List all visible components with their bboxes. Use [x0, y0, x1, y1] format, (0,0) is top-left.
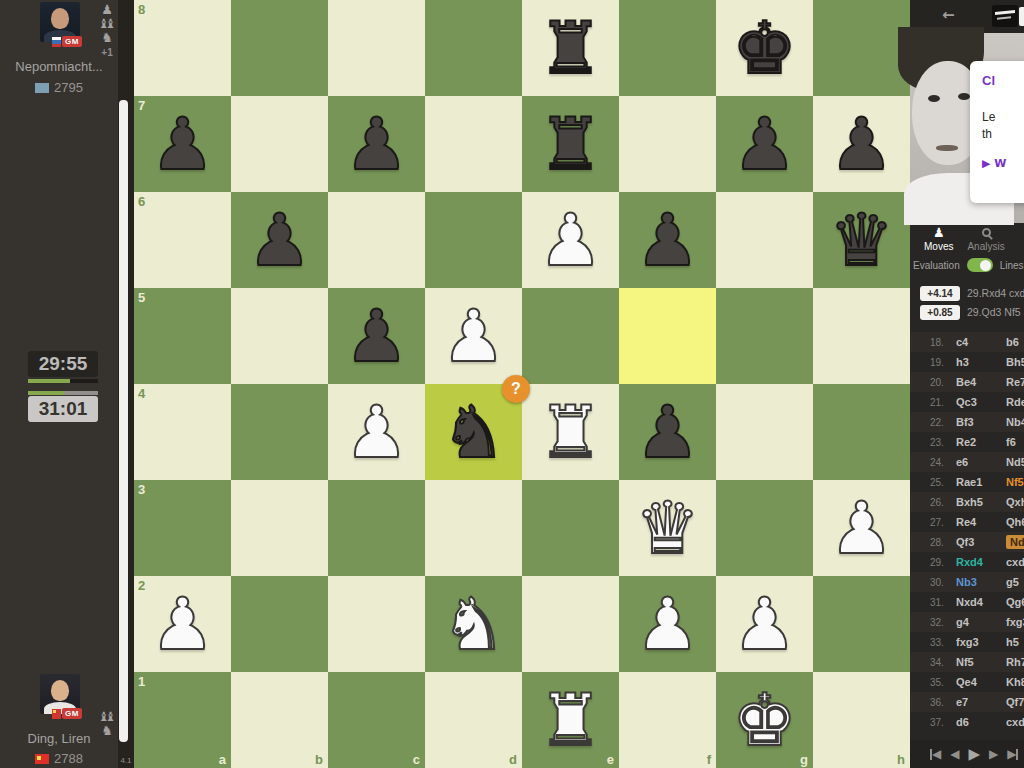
evaluation-bar-value: 4.1 — [118, 756, 134, 765]
black-move[interactable]: cxd4 — [1006, 556, 1024, 568]
bottom-clock-progress — [28, 391, 98, 395]
top-player-rating-row: 2795 — [0, 80, 118, 95]
white-rook-e4[interactable]: ♜ — [522, 384, 619, 480]
white-move[interactable]: Re2 — [956, 436, 1006, 448]
thumbnail-eye — [958, 93, 970, 100]
black-move[interactable]: f6 — [1006, 436, 1016, 448]
square-h7[interactable]: ♟ — [813, 96, 910, 192]
black-pawn-a7[interactable]: ♟ — [134, 96, 231, 192]
engine-score-badge: +0.85 — [920, 305, 960, 320]
mini-flag-icon — [52, 37, 61, 47]
lines-label: Lines — [1000, 260, 1024, 271]
move-number: 34. — [930, 657, 956, 668]
square-h2[interactable] — [813, 576, 910, 672]
black-move[interactable]: Bh5 — [1006, 356, 1024, 368]
video-thumbnail[interactable]: Cl Le th ▶ W — [910, 33, 1024, 223]
square-g1[interactable]: g♚ — [716, 672, 813, 768]
white-move[interactable]: Qc3 — [956, 396, 1006, 408]
black-move[interactable]: g5 — [1006, 576, 1019, 588]
black-move[interactable]: Qh6 — [1006, 516, 1024, 528]
move-number: 28. — [930, 537, 956, 548]
top-player-clock: 29:55 — [28, 351, 98, 377]
move-row-22: 22.Bf3Nb4 — [910, 412, 1024, 432]
play-button[interactable]: ▶ — [968, 745, 980, 763]
move-row-32: 32.g4fxg3 — [910, 612, 1024, 632]
square-d6[interactable] — [425, 192, 522, 288]
gm-badge: GM — [62, 708, 82, 719]
rank-label-3: 3 — [138, 482, 145, 497]
back-arrow-icon[interactable]: ← — [942, 6, 955, 24]
square-c7[interactable]: ♟ — [328, 96, 425, 192]
top-player-rating: 2795 — [54, 80, 83, 95]
tab-moves-label: Moves — [924, 241, 953, 252]
move-number: 21. — [930, 397, 956, 408]
square-c1[interactable]: c — [328, 672, 425, 768]
move-nav-bar: ◀ ◀ ▶ ▶ ▶ — [910, 740, 1024, 768]
square-a2[interactable]: 2♟ — [134, 576, 231, 672]
square-d1[interactable]: d — [425, 672, 522, 768]
square-f8[interactable] — [619, 0, 716, 96]
square-d8[interactable] — [425, 0, 522, 96]
pawn-icon: ♟ — [933, 226, 945, 240]
captured-pieces-bottom: ♝♝♞ — [96, 710, 118, 737]
square-f4[interactable]: ♟ — [619, 384, 716, 480]
square-h1[interactable]: h — [813, 672, 910, 768]
captured-knight-icon: ♞ — [101, 724, 113, 737]
rank-label-8: 8 — [138, 2, 145, 17]
move-row-27: 27.Re4Qh6 — [910, 512, 1024, 532]
white-rook-e1[interactable]: ♜ — [522, 672, 619, 768]
white-move[interactable]: Nb3 — [956, 576, 1006, 588]
move-number: 36. — [930, 697, 956, 708]
white-move[interactable]: d6 — [956, 716, 1006, 728]
mistake-badge-icon: ? — [502, 375, 530, 403]
move-row-26: 26.Bxh5Qxh5 — [910, 492, 1024, 512]
square-e8[interactable]: ♜ — [522, 0, 619, 96]
move-number: 37. — [930, 717, 956, 728]
bottom-player-rating: 2788 — [54, 751, 83, 766]
square-b2[interactable] — [231, 576, 328, 672]
white-pawn-d5[interactable]: ♟ — [425, 288, 522, 384]
mini-flag-icon — [52, 709, 61, 719]
white-move[interactable]: e6 — [956, 456, 1006, 468]
black-rook-e7[interactable]: ♜ — [522, 96, 619, 192]
material-advantage: +1 — [101, 45, 112, 58]
white-knight-d2[interactable]: ♞ — [425, 576, 522, 672]
white-move[interactable]: Re4 — [956, 516, 1006, 528]
captured-pawn-icon: ♟ — [101, 3, 113, 16]
black-move[interactable]: Nf5 — [1006, 476, 1024, 488]
square-f2[interactable]: ♟ — [619, 576, 716, 672]
white-move[interactable]: Bf3 — [956, 416, 1006, 428]
move-row-30: 30.Nb3g5 — [910, 572, 1024, 592]
evaluation-bar: 4.1 — [118, 0, 134, 768]
white-pawn-c4[interactable]: ♟ — [328, 384, 425, 480]
move-row-34: 34.Nf5Rh7 — [910, 652, 1024, 672]
title-badge-top: GM — [52, 36, 82, 47]
white-king-g1[interactable]: ♚ — [716, 672, 813, 768]
square-c3[interactable] — [328, 480, 425, 576]
square-h5[interactable] — [813, 288, 910, 384]
move-row-23: 23.Re2f6 — [910, 432, 1024, 452]
move-row-28: 28.Qf3Nd4 — [910, 532, 1024, 552]
bottom-player-clock: 31:01 — [28, 396, 98, 422]
square-d3[interactable] — [425, 480, 522, 576]
file-label-f: f — [707, 752, 711, 767]
square-f7[interactable] — [619, 96, 716, 192]
square-a4[interactable]: 4 — [134, 384, 231, 480]
engine-lines: +4.1429.Rxd4 cxd4 3+0.8529.Qd3 Nf5 30. — [920, 284, 1024, 322]
square-h4[interactable] — [813, 384, 910, 480]
move-row-24: 24.e6Nd5 — [910, 452, 1024, 472]
square-a8[interactable]: 8 — [134, 0, 231, 96]
square-e1[interactable]: e♜ — [522, 672, 619, 768]
next-move-button[interactable]: ▶ — [989, 747, 998, 761]
square-b5[interactable] — [231, 288, 328, 384]
black-move[interactable]: Nd4 — [1006, 535, 1024, 549]
square-b4[interactable] — [231, 384, 328, 480]
square-b6[interactable]: ♟ — [231, 192, 328, 288]
black-pawn-c5[interactable]: ♟ — [328, 288, 425, 384]
move-number: 32. — [930, 617, 956, 628]
panel-tabs: ♟ Moves Analysis — [924, 226, 1024, 256]
white-move[interactable]: Bxh5 — [956, 496, 1006, 508]
evaluation-controls: Evaluation Lines — [913, 258, 1024, 272]
white-move[interactable]: Nf5 — [956, 656, 1006, 668]
move-row-29: 29.Rxd4cxd4 — [910, 552, 1024, 572]
square-e4[interactable]: ♜ — [522, 384, 619, 480]
square-e7[interactable]: ♜ — [522, 96, 619, 192]
square-f1[interactable]: f — [619, 672, 716, 768]
move-number: 25. — [930, 477, 956, 488]
white-move[interactable]: Be4 — [956, 376, 1006, 388]
square-c6[interactable] — [328, 192, 425, 288]
black-move[interactable]: Nb4 — [1006, 416, 1024, 428]
engine-line-moves: 29.Rxd4 cxd4 3 — [967, 287, 1024, 299]
black-move[interactable]: Rh7 — [1006, 656, 1024, 668]
top-player-name[interactable]: Nepomniacht... — [0, 59, 118, 74]
move-number: 26. — [930, 497, 956, 508]
captured-bishop-pair-icon: ♝♝ — [98, 710, 116, 723]
china-flag-icon — [35, 754, 49, 764]
black-move[interactable]: h5 — [1006, 636, 1019, 648]
thumbnail-mouth — [936, 145, 958, 151]
evaluation-toggle[interactable] — [967, 258, 993, 272]
white-move[interactable]: fxg3 — [956, 636, 1006, 648]
square-f5[interactable] — [619, 288, 716, 384]
thumbnail-eye — [928, 95, 940, 102]
move-row-33: 33.fxg3h5 — [910, 632, 1024, 652]
title-badge-bottom: GM — [52, 708, 82, 719]
rank-label-4: 4 — [138, 386, 145, 401]
square-g7[interactable]: ♟ — [716, 96, 813, 192]
square-b1[interactable]: b — [231, 672, 328, 768]
tab-analysis-label: Analysis — [967, 241, 1004, 252]
black-pawn-h7[interactable]: ♟ — [813, 96, 910, 192]
previous-move-button[interactable]: ◀ — [950, 747, 959, 761]
white-move[interactable]: Nxd4 — [956, 596, 1006, 608]
white-queen-f3[interactable]: ♛ — [619, 480, 716, 576]
magnifier-icon — [982, 226, 991, 240]
black-king-g8[interactable]: ♚ — [716, 0, 813, 96]
engine-line-moves: 29.Qd3 Nf5 30. — [967, 306, 1024, 318]
square-g3[interactable] — [716, 480, 813, 576]
square-g2[interactable]: ♟ — [716, 576, 813, 672]
file-label-c: c — [413, 752, 420, 767]
white-move[interactable]: c4 — [956, 336, 1006, 348]
square-d2[interactable]: ♞ — [425, 576, 522, 672]
black-pawn-f6[interactable]: ♟ — [619, 192, 716, 288]
move-number: 35. — [930, 677, 956, 688]
white-move[interactable]: g4 — [956, 616, 1006, 628]
square-h6[interactable]: ♛ — [813, 192, 910, 288]
move-row-37: 37.d6cxd6 — [910, 712, 1024, 732]
skip-to-start-button[interactable]: ◀ — [930, 747, 941, 761]
move-row-21: 21.Qc3Rde8 — [910, 392, 1024, 412]
fide-flag-icon — [35, 83, 49, 93]
black-move[interactable]: Qf7 — [1006, 696, 1024, 708]
move-number: 33. — [930, 637, 956, 648]
move-row-35: 35.Qe4Kh8 — [910, 672, 1024, 692]
square-a5[interactable]: 5 — [134, 288, 231, 384]
move-number: 27. — [930, 517, 956, 528]
video-card-line: th — [982, 127, 1024, 141]
white-pawn-e6[interactable]: ♟ — [522, 192, 619, 288]
black-queen-h6[interactable]: ♛ — [813, 192, 910, 288]
square-b3[interactable] — [231, 480, 328, 576]
black-move[interactable]: fxg3 — [1006, 616, 1024, 628]
square-c2[interactable] — [328, 576, 425, 672]
black-move[interactable]: Re7 — [1006, 376, 1024, 388]
move-number: 18. — [930, 337, 956, 348]
square-f6[interactable]: ♟ — [619, 192, 716, 288]
black-move[interactable]: Rde8 — [1006, 396, 1024, 408]
white-pawn-a2[interactable]: ♟ — [134, 576, 231, 672]
white-move[interactable]: Rae1 — [956, 476, 1006, 488]
evaluation-bar-white-fill — [119, 100, 128, 742]
black-pawn-f4[interactable]: ♟ — [619, 384, 716, 480]
square-c8[interactable] — [328, 0, 425, 96]
move-number: 24. — [930, 457, 956, 468]
white-move[interactable]: Rxd4 — [956, 556, 1006, 568]
white-move[interactable]: e7 — [956, 696, 1006, 708]
square-e6[interactable]: ♟ — [522, 192, 619, 288]
square-g4[interactable] — [716, 384, 813, 480]
square-a1[interactable]: 1a — [134, 672, 231, 768]
rank-label-6: 6 — [138, 194, 145, 209]
square-e5[interactable] — [522, 288, 619, 384]
square-c4[interactable]: ♟ — [328, 384, 425, 480]
file-label-h: h — [897, 752, 905, 767]
captured-pieces-top: ♟♝♝♞+1 — [96, 3, 118, 58]
app-root: { "game": "chess", "position": { "fen": … — [0, 0, 1024, 768]
move-number: 20. — [930, 377, 956, 388]
bottom-player-rating-row: 2788 — [0, 751, 118, 766]
move-list: 18.c4b619.h3Bh520.Be4Re721.Qc3Rde822.Bf3… — [910, 332, 1024, 732]
video-play-button[interactable]: ▶ W — [982, 157, 1024, 170]
white-move[interactable]: h3 — [956, 356, 1006, 368]
white-move[interactable]: Qf3 — [956, 536, 1006, 548]
black-pawn-g7[interactable]: ♟ — [716, 96, 813, 192]
file-label-b: b — [315, 752, 323, 767]
square-g6[interactable] — [716, 192, 813, 288]
partner-logo-icon — [1019, 7, 1024, 26]
white-move[interactable]: Qe4 — [956, 676, 1006, 688]
black-move[interactable]: Qg6 — [1006, 596, 1024, 608]
square-e3[interactable] — [522, 480, 619, 576]
move-number: 30. — [930, 577, 956, 588]
black-move[interactable]: cxd6 — [1006, 716, 1024, 728]
move-number: 29. — [930, 557, 956, 568]
file-label-d: d — [509, 752, 517, 767]
black-pawn-b6[interactable]: ♟ — [231, 192, 328, 288]
rank-label-5: 5 — [138, 290, 145, 305]
black-move[interactable]: Nd5 — [1006, 456, 1024, 468]
move-row-18: 18.c4b6 — [910, 332, 1024, 352]
square-a6[interactable]: 6 — [134, 192, 231, 288]
square-b7[interactable] — [231, 96, 328, 192]
white-pawn-g2[interactable]: ♟ — [716, 576, 813, 672]
move-number: 23. — [930, 437, 956, 448]
tab-analysis[interactable]: Analysis — [967, 226, 1004, 256]
square-d5[interactable]: ♟ — [425, 288, 522, 384]
move-number: 19. — [930, 357, 956, 368]
square-a7[interactable]: 7♟ — [134, 96, 231, 192]
engine-line-1[interactable]: +4.1429.Rxd4 cxd4 3 — [920, 284, 1024, 302]
square-c5[interactable]: ♟ — [328, 288, 425, 384]
square-g8[interactable]: ♚ — [716, 0, 813, 96]
square-f3[interactable]: ♛ — [619, 480, 716, 576]
video-card-heading: Cl — [982, 73, 1024, 88]
video-overlay-card[interactable]: Cl Le th ▶ W — [970, 61, 1024, 203]
move-row-31: 31.Nxd4Qg6 — [910, 592, 1024, 612]
square-e2[interactable] — [522, 576, 619, 672]
move-row-25: 25.Rae1Nf5 — [910, 472, 1024, 492]
evaluation-label: Evaluation — [913, 260, 960, 271]
gm-badge: GM — [62, 36, 82, 47]
square-d7[interactable] — [425, 96, 522, 192]
event-logo-icon[interactable] — [992, 5, 1018, 27]
right-panel: ← Cl Le th ▶ W ♟ Moves Analysis Evaluati… — [910, 0, 1024, 768]
black-move[interactable]: b6 — [1006, 336, 1019, 348]
board[interactable]: 8♜♚7♟♟♜♟♟6♟♟♟♛5♟♟4♟♞♜♟3♛♟2♟♞♟♟1abcde♜fg♚… — [134, 0, 910, 768]
square-a3[interactable]: 3 — [134, 480, 231, 576]
white-pawn-f2[interactable]: ♟ — [619, 576, 716, 672]
rank-label-1: 1 — [138, 674, 145, 689]
black-pawn-c7[interactable]: ♟ — [328, 96, 425, 192]
square-h8[interactable] — [813, 0, 910, 96]
black-move[interactable]: Qxh5 — [1006, 496, 1024, 508]
left-sidebar: ♟♝♝♞+1 GM Nepomniacht... 2795 29:55 31:0… — [0, 0, 118, 768]
square-h3[interactable]: ♟ — [813, 480, 910, 576]
captured-knight-icon: ♞ — [101, 31, 113, 44]
video-card-line: Le — [982, 110, 1024, 124]
skip-to-end-button[interactable]: ▶ — [1007, 747, 1018, 761]
white-pawn-h3[interactable]: ♟ — [813, 480, 910, 576]
square-g5[interactable] — [716, 288, 813, 384]
black-rook-e8[interactable]: ♜ — [522, 0, 619, 96]
top-clock-progress — [28, 379, 98, 383]
captured-bishop-pair-icon: ♝♝ — [98, 17, 116, 30]
move-row-36: 36.e7Qf7 — [910, 692, 1024, 712]
move-number: 31. — [930, 597, 956, 608]
move-row-20: 20.Be4Re7 — [910, 372, 1024, 392]
move-number: 22. — [930, 417, 956, 428]
tab-moves[interactable]: ♟ Moves — [924, 226, 953, 256]
black-move[interactable]: Kh8 — [1006, 676, 1024, 688]
engine-score-badge: +4.14 — [920, 286, 960, 301]
move-row-19: 19.h3Bh5 — [910, 352, 1024, 372]
engine-line-2[interactable]: +0.8529.Qd3 Nf5 30. — [920, 303, 1024, 321]
file-label-a: a — [219, 752, 226, 767]
square-b8[interactable] — [231, 0, 328, 96]
